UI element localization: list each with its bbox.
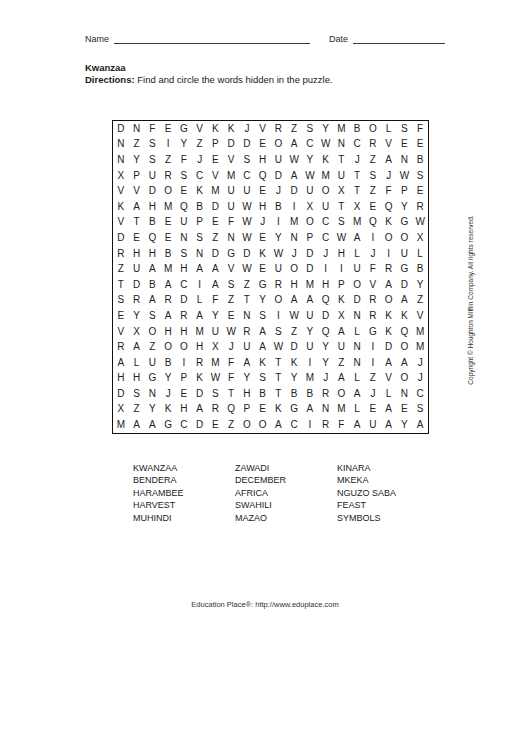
cell-r3c14: K [318, 152, 334, 168]
cell-r16c6: R [192, 355, 208, 371]
cell-r10c8: V [223, 261, 239, 277]
cell-r6c8: U [223, 199, 239, 215]
cell-r9c15: H [334, 246, 350, 262]
cell-r7c13: O [302, 215, 318, 231]
cell-r20c19: Y [397, 417, 413, 433]
cell-r20c15: F [334, 417, 350, 433]
cell-r6c16: X [349, 199, 365, 215]
cell-r2c11: O [271, 137, 287, 153]
cell-r20c20: A [412, 417, 428, 433]
cell-r1c16: B [349, 121, 365, 137]
cell-r8c15: W [334, 230, 350, 246]
cell-r2c7: P [208, 137, 224, 153]
cell-r9c4: B [160, 246, 176, 262]
cell-r5c12: D [286, 183, 302, 199]
cell-r18c12: B [286, 386, 302, 402]
cell-r16c4: B [160, 355, 176, 371]
cell-r20c6: D [192, 417, 208, 433]
cell-r5c7: M [208, 183, 224, 199]
cell-r19c19: E [397, 402, 413, 418]
cell-r13c18: K [381, 308, 397, 324]
cell-r7c19: G [397, 215, 413, 231]
cell-r3c13: Y [302, 152, 318, 168]
cell-r6c4: M [160, 199, 176, 215]
cell-r1c6: V [192, 121, 208, 137]
cell-r7c18: K [381, 215, 397, 231]
cell-r20c17: U [365, 417, 381, 433]
cell-r20c8: Z [223, 417, 239, 433]
cell-r14c7: U [208, 324, 224, 340]
cell-r10c16: U [349, 261, 365, 277]
cell-r17c2: H [129, 371, 145, 387]
cell-r14c18: K [381, 324, 397, 340]
cell-r17c17: Z [365, 371, 381, 387]
cell-r1c4: E [160, 121, 176, 137]
cell-r16c12: K [286, 355, 302, 371]
cell-r8c6: S [192, 230, 208, 246]
cell-r14c13: Y [302, 324, 318, 340]
cell-r16c8: F [223, 355, 239, 371]
cell-r13c14: D [318, 308, 334, 324]
cell-r6c9: W [239, 199, 255, 215]
cell-r6c11: B [271, 199, 287, 215]
cell-r10c12: O [286, 261, 302, 277]
cell-r14c17: G [365, 324, 381, 340]
cell-r15c14: Y [318, 339, 334, 355]
cell-r20c3: A [145, 417, 161, 433]
cell-r12c4: R [160, 293, 176, 309]
cell-r19c4: K [160, 402, 176, 418]
cell-r11c16: O [349, 277, 365, 293]
cell-r8c17: I [365, 230, 381, 246]
cell-r6c18: Q [381, 199, 397, 215]
cell-r8c16: A [349, 230, 365, 246]
cell-r8c5: N [176, 230, 192, 246]
cell-r2c10: E [255, 137, 271, 153]
cell-r6c3: H [145, 199, 161, 215]
cell-r14c12: Z [286, 324, 302, 340]
cell-r1c3: F [145, 121, 161, 137]
cell-r7c17: Q [365, 215, 381, 231]
cell-r1c19: S [397, 121, 413, 137]
cell-r16c15: Z [334, 355, 350, 371]
word-list-item: HARVEST [133, 499, 235, 511]
word-list-item: MKEKA [337, 474, 439, 486]
cell-r10c6: A [192, 261, 208, 277]
cell-r19c12: G [286, 402, 302, 418]
cell-r9c14: J [318, 246, 334, 262]
cell-r9c8: G [223, 246, 239, 262]
cell-r6c10: H [255, 199, 271, 215]
cell-r1c10: V [255, 121, 271, 137]
cell-r14c11: S [271, 324, 287, 340]
cell-r2c1: N [113, 137, 129, 153]
date-blank-line [353, 33, 445, 44]
cell-r10c1: Z [113, 261, 129, 277]
cell-r5c18: F [381, 183, 397, 199]
cell-r6c2: A [129, 199, 145, 215]
word-list-item: DECEMBER [235, 474, 337, 486]
cell-r20c14: R [318, 417, 334, 433]
cell-r19c6: A [192, 402, 208, 418]
cell-r19c1: X [113, 402, 129, 418]
cell-r20c2: A [129, 417, 145, 433]
cell-r20c1: M [113, 417, 129, 433]
cell-r9c3: H [145, 246, 161, 262]
cell-r12c2: R [129, 293, 145, 309]
cell-r11c6: I [192, 277, 208, 293]
cell-r13c7: Y [208, 308, 224, 324]
cell-r18c20: C [412, 386, 428, 402]
cell-r1c12: Z [286, 121, 302, 137]
cell-r17c9: Y [239, 371, 255, 387]
cell-r6c20: R [412, 199, 428, 215]
cell-r5c16: T [349, 183, 365, 199]
cell-r13c10: S [255, 308, 271, 324]
cell-r12c19: A [397, 293, 413, 309]
cell-r9c13: D [302, 246, 318, 262]
cell-r19c10: E [255, 402, 271, 418]
cell-r12c12: A [286, 293, 302, 309]
cell-r5c4: O [160, 183, 176, 199]
cell-r8c4: E [160, 230, 176, 246]
cell-r6c1: K [113, 199, 129, 215]
cell-r6c15: T [334, 199, 350, 215]
cell-r18c15: O [334, 386, 350, 402]
cell-r17c13: M [302, 371, 318, 387]
cell-r13c17: R [365, 308, 381, 324]
cell-r8c11: Y [271, 230, 287, 246]
cell-r3c4: Z [160, 152, 176, 168]
cell-r17c11: T [271, 371, 287, 387]
cell-r10c4: M [160, 261, 176, 277]
cell-r13c12: W [286, 308, 302, 324]
cell-r4c8: M [223, 168, 239, 184]
cell-r14c15: A [334, 324, 350, 340]
cell-r11c3: B [145, 277, 161, 293]
cell-r12c20: Z [412, 293, 428, 309]
cell-r10c15: I [334, 261, 350, 277]
cell-r19c13: A [302, 402, 318, 418]
cell-r16c16: N [349, 355, 365, 371]
cell-r16c14: Y [318, 355, 334, 371]
cell-r7c8: F [223, 215, 239, 231]
cell-r12c17: R [365, 293, 381, 309]
cell-r14c6: M [192, 324, 208, 340]
cell-r4c18: J [381, 168, 397, 184]
cell-r11c2: D [129, 277, 145, 293]
cell-r15c4: O [160, 339, 176, 355]
cell-r13c8: E [223, 308, 239, 324]
cell-r12c6: L [192, 293, 208, 309]
cell-r11c14: H [318, 277, 334, 293]
cell-r4c3: U [145, 168, 161, 184]
cell-r18c7: S [208, 386, 224, 402]
cell-r16c2: L [129, 355, 145, 371]
cell-r18c11: T [271, 386, 287, 402]
cell-r2c8: D [223, 137, 239, 153]
cell-r18c17: J [365, 386, 381, 402]
word-list: KWANZAABENDERAHARAMBEEHARVESTMUHINDI ZAW… [133, 462, 439, 524]
cell-r14c3: O [145, 324, 161, 340]
cell-r3c7: E [208, 152, 224, 168]
cell-r16c19: A [397, 355, 413, 371]
cell-r20c18: A [381, 417, 397, 433]
cell-r14c8: W [223, 324, 239, 340]
cell-r10c10: E [255, 261, 271, 277]
cell-r1c11: R [271, 121, 287, 137]
cell-r3c17: Z [365, 152, 381, 168]
cell-r18c3: N [145, 386, 161, 402]
cell-r1c15: M [334, 121, 350, 137]
cell-r20c7: E [208, 417, 224, 433]
cell-r5c2: V [129, 183, 145, 199]
cell-r5c14: O [318, 183, 334, 199]
cell-r9c18: I [381, 246, 397, 262]
cell-r10c5: H [176, 261, 192, 277]
cell-r14c14: Q [318, 324, 334, 340]
cell-r1c8: K [223, 121, 239, 137]
cell-r11c11: R [271, 277, 287, 293]
cell-r10c2: U [129, 261, 145, 277]
cell-r8c8: N [223, 230, 239, 246]
cell-r10c13: D [302, 261, 318, 277]
word-list-item: HARAMBEE [133, 487, 235, 499]
cell-r18c19: N [397, 386, 413, 402]
cell-r4c13: W [302, 168, 318, 184]
worksheet-page: Name Date Kwanzaa Directions: Find and c… [0, 0, 530, 749]
cell-r15c8: J [223, 339, 239, 355]
cell-r11c13: M [302, 277, 318, 293]
cell-r4c1: X [113, 168, 129, 184]
cell-r6c6: B [192, 199, 208, 215]
word-list-item: AFRICA [235, 487, 337, 499]
cell-r18c1: D [113, 386, 129, 402]
cell-r18c4: J [160, 386, 176, 402]
cell-r13c6: A [192, 308, 208, 324]
cell-r12c11: O [271, 293, 287, 309]
cell-r17c20: J [412, 371, 428, 387]
cell-r19c17: E [365, 402, 381, 418]
cell-r15c12: D [286, 339, 302, 355]
cell-r3c16: J [349, 152, 365, 168]
cell-r7c11: I [271, 215, 287, 231]
cell-r2c14: W [318, 137, 334, 153]
cell-r18c9: H [239, 386, 255, 402]
cell-r11c10: G [255, 277, 271, 293]
cell-r20c4: G [160, 417, 176, 433]
cell-r3c12: W [286, 152, 302, 168]
cell-r3c1: N [113, 152, 129, 168]
cell-r15c1: R [113, 339, 129, 355]
cell-r2c17: R [365, 137, 381, 153]
cell-r3c9: S [239, 152, 255, 168]
directions-label: Directions: [85, 74, 135, 85]
cell-r14c20: M [412, 324, 428, 340]
cell-r6c19: Y [397, 199, 413, 215]
cell-r16c13: I [302, 355, 318, 371]
cell-r9c17: J [365, 246, 381, 262]
word-list-item: KWANZAA [133, 462, 235, 474]
word-list-column-1: KWANZAABENDERAHARAMBEEHARVESTMUHINDI [133, 462, 235, 524]
cell-r18c6: D [192, 386, 208, 402]
cell-r1c2: N [129, 121, 145, 137]
cell-r11c12: H [286, 277, 302, 293]
cell-r17c1: H [113, 371, 129, 387]
cell-r18c2: S [129, 386, 145, 402]
cell-r2c15: N [334, 137, 350, 153]
word-list-item: MAZAO [235, 512, 337, 524]
cell-r3c5: F [176, 152, 192, 168]
cell-r5c11: J [271, 183, 287, 199]
cell-r19c20: S [412, 402, 428, 418]
word-list-item: MUHINDI [133, 512, 235, 524]
cell-r14c19: Q [397, 324, 413, 340]
cell-r15c10: A [255, 339, 271, 355]
cell-r11c18: A [381, 277, 397, 293]
cell-r10c3: A [145, 261, 161, 277]
cell-r1c20: F [412, 121, 428, 137]
cell-r5c20: E [412, 183, 428, 199]
word-list-item: SYMBOLS [337, 512, 439, 524]
cell-r11c5: C [176, 277, 192, 293]
cell-r16c17: I [365, 355, 381, 371]
cell-r10c18: R [381, 261, 397, 277]
cell-r14c10: A [255, 324, 271, 340]
cell-r5c15: X [334, 183, 350, 199]
cell-r3c6: J [192, 152, 208, 168]
cell-r18c18: L [381, 386, 397, 402]
cell-r13c16: N [349, 308, 365, 324]
directions-text: Find and circle the words hidden in the … [135, 74, 333, 85]
cell-r4c9: C [239, 168, 255, 184]
cell-r16c1: A [113, 355, 129, 371]
cell-r18c16: A [349, 386, 365, 402]
cell-r4c7: V [208, 168, 224, 184]
cell-r17c18: V [381, 371, 397, 387]
cell-r14c1: V [113, 324, 129, 340]
cell-r15c18: D [381, 339, 397, 355]
cell-r5c5: E [176, 183, 192, 199]
word-list-column-2: ZAWADIDECEMBERAFRICASWAHILIMAZAO [235, 462, 337, 524]
cell-r20c16: A [349, 417, 365, 433]
cell-r13c3: S [145, 308, 161, 324]
cell-r17c10: S [255, 371, 271, 387]
cell-r4c11: D [271, 168, 287, 184]
cell-r9c16: L [349, 246, 365, 262]
cell-r17c19: O [397, 371, 413, 387]
cell-r6c12: I [286, 199, 302, 215]
cell-r12c10: Y [255, 293, 271, 309]
cell-r3c2: Y [129, 152, 145, 168]
cell-r15c15: U [334, 339, 350, 355]
cell-r10c9: W [239, 261, 255, 277]
cell-r5c1: V [113, 183, 129, 199]
word-list-column-3: KINARAMKEKANGUZO SABAFEASTSYMBOLS [337, 462, 439, 524]
cell-r10c7: A [208, 261, 224, 277]
cell-r9c20: L [412, 246, 428, 262]
cell-r4c2: P [129, 168, 145, 184]
cell-r12c16: D [349, 293, 365, 309]
cell-r17c7: W [208, 371, 224, 387]
cell-r8c14: C [318, 230, 334, 246]
cell-r17c12: Y [286, 371, 302, 387]
cell-r12c13: A [302, 293, 318, 309]
cell-r13c1: E [113, 308, 129, 324]
word-list-item: FEAST [337, 499, 439, 511]
cell-r15c16: N [349, 339, 365, 355]
word-search-grid: DNFEGVKKJVRZSYMBOLSFNZSIYZPDDEOACWNCRVEE… [112, 120, 429, 434]
cell-r8c20: X [412, 230, 428, 246]
cell-r20c9: O [239, 417, 255, 433]
cell-r4c20: S [412, 168, 428, 184]
cell-r7c9: W [239, 215, 255, 231]
cell-r6c17: E [365, 199, 381, 215]
cell-r2c3: S [145, 137, 161, 153]
cell-r9c12: J [286, 246, 302, 262]
cell-r7c12: M [286, 215, 302, 231]
cell-r3c3: S [145, 152, 161, 168]
cell-r18c5: E [176, 386, 192, 402]
date-label: Date [329, 34, 348, 44]
cell-r14c4: H [160, 324, 176, 340]
cell-r12c14: Q [318, 293, 334, 309]
cell-r11c19: D [397, 277, 413, 293]
cell-r7c15: S [334, 215, 350, 231]
cell-r7c5: U [176, 215, 192, 231]
cell-r19c9: P [239, 402, 255, 418]
cell-r19c15: M [334, 402, 350, 418]
cell-r14c9: R [239, 324, 255, 340]
cell-r10c20: B [412, 261, 428, 277]
cell-r1c9: J [239, 121, 255, 137]
cell-r12c9: T [239, 293, 255, 309]
cell-r2c9: D [239, 137, 255, 153]
cell-r1c13: S [302, 121, 318, 137]
cell-r1c7: K [208, 121, 224, 137]
cell-r2c4: I [160, 137, 176, 153]
word-list-item: ZAWADI [235, 462, 337, 474]
cell-r7c1: V [113, 215, 129, 231]
cell-r17c14: J [318, 371, 334, 387]
cell-r15c13: U [302, 339, 318, 355]
cell-r13c15: X [334, 308, 350, 324]
cell-r7c2: T [129, 215, 145, 231]
cell-r3c20: B [412, 152, 428, 168]
word-list-item: BENDERA [133, 474, 235, 486]
cell-r6c5: Q [176, 199, 192, 215]
cell-r11c1: T [113, 277, 129, 293]
cell-r6c7: D [208, 199, 224, 215]
cell-r15c9: U [239, 339, 255, 355]
cell-r9c6: N [192, 246, 208, 262]
cell-r16c3: U [145, 355, 161, 371]
word-list-item: NGUZO SABA [337, 487, 439, 499]
cell-r11c9: Z [239, 277, 255, 293]
cell-r4c19: W [397, 168, 413, 184]
cell-r2c6: Z [192, 137, 208, 153]
cell-r10c19: G [397, 261, 413, 277]
cell-r5c9: U [239, 183, 255, 199]
cell-r19c16: L [349, 402, 365, 418]
cell-r12c7: F [208, 293, 224, 309]
cell-r17c16: L [349, 371, 365, 387]
cell-r13c20: V [412, 308, 428, 324]
cell-r8c18: O [381, 230, 397, 246]
cell-r15c7: X [208, 339, 224, 355]
cell-r4c17: S [365, 168, 381, 184]
cell-r20c10: O [255, 417, 271, 433]
